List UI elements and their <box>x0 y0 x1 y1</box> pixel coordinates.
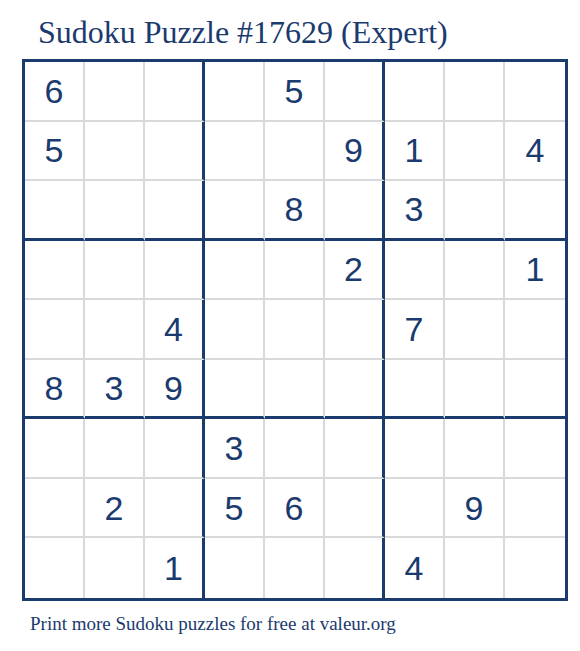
sudoku-cell-r7c9 <box>505 419 565 479</box>
sudoku-cell-r1c8 <box>445 62 505 122</box>
given-digit: 1 <box>405 133 424 167</box>
sudoku-cell-r4c5 <box>265 241 325 301</box>
given-digit: 4 <box>164 312 183 346</box>
sudoku-cell-r2c4 <box>205 122 265 182</box>
sudoku-cell-r2c5 <box>265 122 325 182</box>
sudoku-cell-r5c7: 7 <box>385 300 445 360</box>
given-digit: 2 <box>344 252 363 286</box>
sudoku-cell-r3c5: 8 <box>265 181 325 241</box>
sudoku-cell-r1c3 <box>145 62 205 122</box>
sudoku-cell-r4c7 <box>385 241 445 301</box>
sudoku-cell-r3c9 <box>505 181 565 241</box>
sudoku-cell-r9c4 <box>205 538 265 598</box>
sudoku-cell-r6c6 <box>325 360 385 420</box>
sudoku-cell-r1c6 <box>325 62 385 122</box>
given-digit: 5 <box>45 133 64 167</box>
sudoku-cell-r2c3 <box>145 122 205 182</box>
sudoku-cell-r5c6 <box>325 300 385 360</box>
sudoku-cell-r4c6: 2 <box>325 241 385 301</box>
sudoku-cell-r2c1: 5 <box>25 122 85 182</box>
sudoku-cell-r9c2 <box>85 538 145 598</box>
sudoku-cell-r2c9: 4 <box>505 122 565 182</box>
sudoku-cell-r6c5 <box>265 360 325 420</box>
sudoku-cell-r1c5: 5 <box>265 62 325 122</box>
given-digit: 3 <box>405 192 424 226</box>
sudoku-cell-r1c2 <box>85 62 145 122</box>
sudoku-cell-r2c7: 1 <box>385 122 445 182</box>
given-digit: 9 <box>164 371 183 405</box>
sudoku-cell-r6c3: 9 <box>145 360 205 420</box>
given-digit: 6 <box>285 491 304 525</box>
sudoku-cell-r2c8 <box>445 122 505 182</box>
sudoku-cell-r2c2 <box>85 122 145 182</box>
sudoku-cell-r5c4 <box>205 300 265 360</box>
sudoku-cell-r5c9 <box>505 300 565 360</box>
sudoku-cell-r1c9 <box>505 62 565 122</box>
given-digit: 5 <box>285 74 304 108</box>
sudoku-cell-r1c4 <box>205 62 265 122</box>
sudoku-cell-r4c3 <box>145 241 205 301</box>
sudoku-cell-r7c1 <box>25 419 85 479</box>
sudoku-cell-r6c8 <box>445 360 505 420</box>
given-digit: 5 <box>225 491 244 525</box>
sudoku-cell-r8c9 <box>505 479 565 539</box>
given-digit: 9 <box>344 133 363 167</box>
given-digit: 3 <box>225 431 244 465</box>
sudoku-cell-r4c2 <box>85 241 145 301</box>
sudoku-cell-r2c6: 9 <box>325 122 385 182</box>
sudoku-cell-r8c8: 9 <box>445 479 505 539</box>
sudoku-cell-r3c7: 3 <box>385 181 445 241</box>
sudoku-cell-r9c6 <box>325 538 385 598</box>
sudoku-cell-r6c9 <box>505 360 565 420</box>
sudoku-cell-r8c4: 5 <box>205 479 265 539</box>
sudoku-cell-r7c3 <box>145 419 205 479</box>
sudoku-cell-r1c7 <box>385 62 445 122</box>
sudoku-cell-r9c9 <box>505 538 565 598</box>
sudoku-cell-r4c8 <box>445 241 505 301</box>
sudoku-cell-r8c3 <box>145 479 205 539</box>
sudoku-cell-r4c1 <box>25 241 85 301</box>
sudoku-cell-r8c5: 6 <box>265 479 325 539</box>
sudoku-cell-r3c1 <box>25 181 85 241</box>
footer-text: Print more Sudoku puzzles for free at va… <box>30 613 396 635</box>
sudoku-cell-r3c8 <box>445 181 505 241</box>
sudoku-cell-r6c7 <box>385 360 445 420</box>
sudoku-cell-r9c5 <box>265 538 325 598</box>
sudoku-cell-r3c3 <box>145 181 205 241</box>
given-digit: 7 <box>405 312 424 346</box>
given-digit: 3 <box>105 371 124 405</box>
sudoku-cell-r8c2: 2 <box>85 479 145 539</box>
sudoku-cell-r3c4 <box>205 181 265 241</box>
sudoku-cell-r6c4 <box>205 360 265 420</box>
sudoku-cell-r7c6 <box>325 419 385 479</box>
given-digit: 9 <box>465 491 484 525</box>
sudoku-cell-r5c1 <box>25 300 85 360</box>
sudoku-cell-r9c7: 4 <box>385 538 445 598</box>
sudoku-cell-r9c3: 1 <box>145 538 205 598</box>
sudoku-cell-r3c2 <box>85 181 145 241</box>
sudoku-cell-r7c8 <box>445 419 505 479</box>
sudoku-cell-r8c6 <box>325 479 385 539</box>
given-digit: 1 <box>526 252 545 286</box>
sudoku-cell-r7c7 <box>385 419 445 479</box>
sudoku-cell-r4c4 <box>205 241 265 301</box>
given-digit: 2 <box>105 491 124 525</box>
sudoku-cell-r8c1 <box>25 479 85 539</box>
sudoku-cell-r1c1: 6 <box>25 62 85 122</box>
sudoku-cell-r5c2 <box>85 300 145 360</box>
given-digit: 4 <box>526 133 545 167</box>
sudoku-cell-r7c5 <box>265 419 325 479</box>
sudoku-cell-r5c5 <box>265 300 325 360</box>
sudoku-cell-r7c4: 3 <box>205 419 265 479</box>
sudoku-cell-r9c8 <box>445 538 505 598</box>
given-digit: 8 <box>45 371 64 405</box>
given-digit: 8 <box>285 192 304 226</box>
given-digit: 6 <box>45 74 64 108</box>
sudoku-cell-r9c1 <box>25 538 85 598</box>
given-digit: 1 <box>164 551 183 585</box>
puzzle-title: Sudoku Puzzle #17629 (Expert) <box>38 14 448 51</box>
sudoku-cell-r3c6 <box>325 181 385 241</box>
sudoku-board: 6559148321478393256914 <box>22 59 568 601</box>
sudoku-cell-r7c2 <box>85 419 145 479</box>
sudoku-cell-r5c8 <box>445 300 505 360</box>
sudoku-cell-r5c3: 4 <box>145 300 205 360</box>
sudoku-cell-r6c2: 3 <box>85 360 145 420</box>
sudoku-cell-r8c7 <box>385 479 445 539</box>
sudoku-cell-r6c1: 8 <box>25 360 85 420</box>
sudoku-cell-r4c9: 1 <box>505 241 565 301</box>
given-digit: 4 <box>405 551 424 585</box>
